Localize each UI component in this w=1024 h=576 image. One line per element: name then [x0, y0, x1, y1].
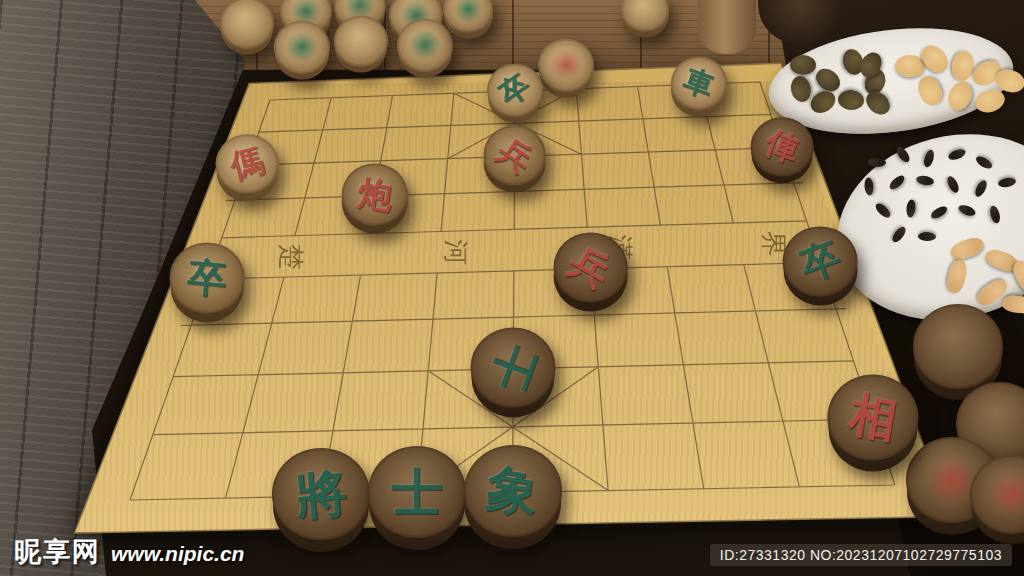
piece-face: 兵 — [553, 232, 628, 302]
piece-character: 兵 — [492, 133, 538, 179]
piece-red-soldier[interactable]: 兵 — [553, 232, 628, 302]
captured-piece — [397, 19, 453, 72]
piece-character: 士 — [391, 467, 442, 518]
piece-character: 炮 — [355, 175, 394, 214]
piece-face — [274, 21, 330, 74]
captured-piece — [220, 0, 274, 48]
piece-face — [334, 16, 388, 67]
captured-piece — [274, 21, 330, 74]
piece-red-soldier[interactable]: 兵 — [483, 126, 546, 185]
watermark-site: 昵享网 www.nipic.cn — [14, 534, 244, 570]
piece-green-elephant[interactable]: 象 — [464, 445, 562, 537]
banana-chip — [895, 55, 925, 77]
piece-face: 將 — [272, 448, 370, 540]
worn-red-character — [548, 48, 584, 82]
piece-character: 卒 — [796, 236, 846, 286]
piece-face — [538, 39, 594, 92]
piece-character: 傌 — [227, 144, 267, 184]
captured-piece — [621, 0, 669, 32]
piece-face: 炮 — [341, 163, 408, 226]
piece-green-chariot[interactable]: 車 — [671, 57, 727, 110]
sunflower-seed — [918, 232, 936, 241]
piece-red-chariot[interactable]: 俥 — [751, 117, 814, 176]
scene-photo: 楚河漢界 卒車傌兵俥炮卒兵卒士相將士象 昵享网 www.nipic.cn ID:… — [0, 0, 1024, 576]
piece-face: 兵 — [483, 126, 546, 185]
piece-character: 卒 — [186, 257, 228, 299]
watermark-site-url: www.nipic.cn — [111, 542, 244, 566]
piece-face: 相 — [827, 375, 918, 461]
piece-face — [397, 19, 453, 72]
worn-green-character — [284, 30, 320, 64]
piece-face: 士 — [368, 446, 466, 538]
piece-character: 象 — [484, 462, 542, 520]
piece-face: 士 — [471, 327, 556, 407]
captured-piece — [538, 39, 594, 92]
piece-face: 卒 — [170, 243, 245, 313]
captured-piece — [334, 16, 388, 67]
piece-green-soldier[interactable]: 卒 — [783, 226, 858, 296]
sunflower-seed — [868, 158, 886, 167]
piece-character: 俥 — [761, 126, 803, 168]
piece-face: 車 — [671, 57, 727, 110]
piece-red-horse[interactable]: 傌 — [216, 135, 279, 194]
watermark-id-badge: ID:27331320 NO:20231207102729775103 — [710, 544, 1012, 566]
piece-face — [220, 0, 274, 48]
piece-green-advisor[interactable]: 士 — [471, 327, 556, 407]
piece-green-general[interactable]: 將 — [272, 448, 370, 540]
dried-fruit — [790, 55, 816, 75]
piece-character: 兵 — [564, 241, 617, 294]
piece-red-cannon[interactable]: 炮 — [341, 163, 408, 226]
river-character: 河 — [441, 239, 471, 265]
captured-piece — [913, 304, 1003, 389]
piece-green-advisor[interactable]: 士 — [368, 446, 466, 538]
piece-red-elephant[interactable]: 相 — [827, 375, 918, 461]
captured-piece — [443, 0, 493, 33]
river-character: 楚 — [276, 244, 306, 270]
watermark-site-name: 昵享网 — [14, 534, 101, 570]
piece-character: 士 — [485, 339, 542, 396]
worn-green-character — [407, 28, 443, 62]
piece-face: 傌 — [216, 135, 279, 194]
piece-character: 車 — [680, 65, 717, 102]
piece-face: 俥 — [751, 117, 814, 176]
piece-character: 相 — [845, 390, 900, 445]
worn-green-character — [452, 0, 484, 24]
piece-face — [913, 304, 1003, 389]
worn-red-character — [985, 469, 1024, 520]
piece-character: 卒 — [495, 70, 536, 111]
piece-green-soldier[interactable]: 卒 — [487, 64, 543, 117]
piece-face: 卒 — [783, 226, 858, 296]
piece-green-soldier[interactable]: 卒 — [170, 243, 245, 313]
piece-character: 將 — [294, 467, 349, 522]
piece-face: 象 — [464, 445, 562, 537]
piece-face: 卒 — [487, 64, 543, 117]
